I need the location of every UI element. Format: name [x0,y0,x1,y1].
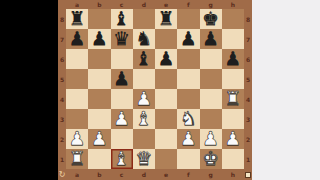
square-a1[interactable]: ♜ [66,149,88,169]
frame-corner-top-right [244,0,252,9]
flip-board-icon[interactable]: ↻ [59,171,66,179]
rank-label-left-3: 3 [58,109,66,129]
square-g4[interactable] [200,89,222,109]
square-b6[interactable] [88,49,110,69]
square-f7[interactable]: ♟ [177,29,199,49]
rank-label-right-8: 8 [244,9,252,29]
square-b5[interactable] [88,69,110,89]
square-b4[interactable] [88,89,110,109]
rank-label-right-4: 4 [244,89,252,109]
square-g1[interactable]: ♚ [200,149,222,169]
piece-black-pawn[interactable]: ♟ [224,49,241,68]
board: abcdefgh8♜♝♜♚87♟♟♛♞♟♟76♝♟♟65♟54♟♜43♟♝♞32… [58,0,252,180]
square-a6[interactable] [66,49,88,69]
square-e4[interactable] [155,89,177,109]
rank-label-left-1: 1 [58,149,66,169]
square-a5[interactable] [66,69,88,89]
rank-label-right-3: 3 [244,109,252,129]
piece-white-pawn[interactable]: ♟ [202,129,219,148]
square-h6[interactable]: ♟ [222,49,244,69]
file-label-top-f: f [177,0,199,9]
square-e5[interactable] [155,69,177,89]
piece-black-king[interactable]: ♚ [202,9,219,28]
piece-white-pawn[interactable]: ♟ [180,129,197,148]
piece-black-pawn[interactable]: ♟ [113,69,130,88]
white-to-move-indicator [245,172,251,178]
square-g5[interactable] [200,69,222,89]
piece-white-queen[interactable]: ♛ [135,149,152,168]
piece-white-pawn[interactable]: ♟ [91,129,108,148]
piece-white-bishop[interactable]: ♝ [135,109,152,128]
square-h1[interactable] [222,149,244,169]
piece-white-pawn[interactable]: ♟ [113,109,130,128]
rank-label-left-6: 6 [58,49,66,69]
square-b1[interactable] [88,149,110,169]
file-label-bottom-c: c [111,169,133,180]
rank-label-right-1: 1 [244,149,252,169]
piece-black-pawn[interactable]: ♟ [69,29,86,48]
square-e3[interactable] [155,109,177,129]
file-label-top-h: h [222,0,244,9]
square-b2[interactable]: ♟ [88,129,110,149]
square-e1[interactable] [155,149,177,169]
piece-white-rook[interactable]: ♜ [69,149,86,168]
square-e8[interactable]: ♜ [155,9,177,29]
rank-label-left-5: 5 [58,69,66,89]
file-label-top-d: d [133,0,155,9]
rank-label-right-7: 7 [244,29,252,49]
piece-white-pawn[interactable]: ♟ [224,129,241,148]
square-d1[interactable]: ♛ [133,149,155,169]
piece-black-pawn[interactable]: ♟ [158,49,175,68]
square-h2[interactable]: ♟ [222,129,244,149]
frame-corner-top-left [58,0,66,9]
piece-white-pawn[interactable]: ♟ [135,89,152,108]
square-d6[interactable]: ♝ [133,49,155,69]
frame-corner-bottom-right [244,169,252,180]
rank-label-right-2: 2 [244,129,252,149]
square-g7[interactable]: ♟ [200,29,222,49]
piece-black-bishop[interactable]: ♝ [135,49,152,68]
rank-label-right-5: 5 [244,69,252,89]
letterbox-right [252,0,320,180]
square-f5[interactable] [177,69,199,89]
piece-black-rook[interactable]: ♜ [69,9,86,28]
file-label-bottom-a: a [66,169,88,180]
rank-label-left-2: 2 [58,129,66,149]
square-f2[interactable]: ♟ [177,129,199,149]
rank-label-left-7: 7 [58,29,66,49]
square-c1[interactable]: ♝ [111,149,133,169]
flip-board-button[interactable]: ↻ [58,169,66,180]
file-label-bottom-g: g [200,169,222,180]
piece-black-knight[interactable]: ♞ [135,29,152,48]
chess-diagram: abcdefgh8♜♝♜♚87♟♟♛♞♟♟76♝♟♟65♟54♟♜43♟♝♞32… [0,0,320,180]
square-c7[interactable]: ♛ [111,29,133,49]
piece-black-bishop[interactable]: ♝ [113,9,130,28]
square-b7[interactable]: ♟ [88,29,110,49]
piece-black-pawn[interactable]: ♟ [180,29,197,48]
piece-black-pawn[interactable]: ♟ [202,29,219,48]
file-label-bottom-d: d [133,169,155,180]
square-h8[interactable] [222,9,244,29]
square-c3[interactable]: ♟ [111,109,133,129]
square-c5[interactable]: ♟ [111,69,133,89]
square-a7[interactable]: ♟ [66,29,88,49]
square-a4[interactable] [66,89,88,109]
square-g6[interactable] [200,49,222,69]
file-label-bottom-b: b [88,169,110,180]
file-label-bottom-e: e [155,169,177,180]
piece-white-king[interactable]: ♚ [202,149,219,168]
square-f1[interactable] [177,149,199,169]
piece-white-pawn[interactable]: ♟ [69,129,86,148]
file-label-bottom-f: f [177,169,199,180]
piece-black-rook[interactable]: ♜ [158,9,175,28]
file-label-top-b: b [88,0,110,9]
square-e6[interactable]: ♟ [155,49,177,69]
square-h4[interactable]: ♜ [222,89,244,109]
rank-label-left-8: 8 [58,9,66,29]
piece-black-pawn[interactable]: ♟ [91,29,108,48]
file-label-bottom-h: h [222,169,244,180]
piece-white-knight[interactable]: ♞ [180,109,197,128]
piece-white-bishop[interactable]: ♝ [113,149,130,168]
rank-label-left-4: 4 [58,89,66,109]
rank-label-right-6: 6 [244,49,252,69]
square-d3[interactable]: ♝ [133,109,155,129]
square-e2[interactable] [155,129,177,149]
piece-white-rook[interactable]: ♜ [224,89,241,108]
square-f6[interactable] [177,49,199,69]
piece-black-queen[interactable]: ♛ [113,29,130,48]
